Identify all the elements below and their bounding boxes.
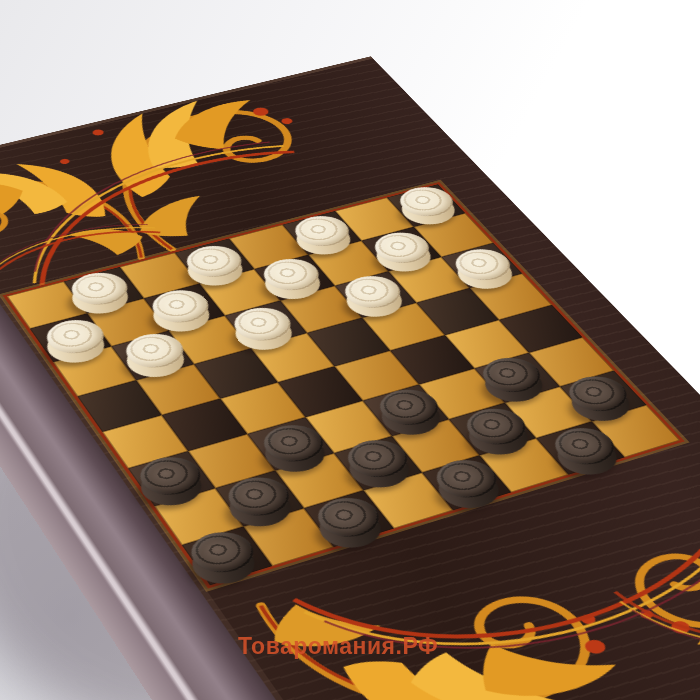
dark-piece-g3 (472, 352, 550, 397)
dark-piece-a3 (130, 451, 209, 501)
light-piece-e7 (254, 254, 327, 295)
dark-piece-h2 (558, 371, 637, 417)
light-piece-a7 (38, 314, 112, 358)
dark-piece-f2 (456, 403, 535, 451)
dark-piece-b2 (218, 471, 299, 522)
dark-piece-e3 (369, 384, 447, 431)
dark-piece-g1 (544, 422, 624, 470)
dark-piece-e1 (425, 454, 506, 504)
dark-piece-a1 (181, 526, 263, 579)
light-piece-g7 (365, 227, 438, 267)
light-piece-f6 (335, 271, 409, 313)
light-piece-d6 (225, 302, 300, 346)
dark-piece-c3 (253, 419, 332, 467)
watermark: Товаромания.РФ (238, 633, 438, 660)
light-piece-c7 (143, 285, 217, 328)
product-photo: Товаромания.РФ (0, 0, 700, 700)
wooden-board (0, 56, 700, 700)
light-piece-h6 (445, 244, 519, 285)
dark-piece-d2 (337, 434, 417, 483)
dark-piece-c1 (307, 491, 389, 543)
